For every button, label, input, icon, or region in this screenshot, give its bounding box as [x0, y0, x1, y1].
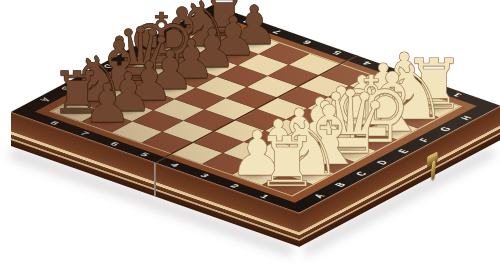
piece-white-rook: ♜	[253, 128, 322, 197]
product-photo: 1122334455667788AABBCCDDEEFFGGHH ♜♞♝♛♚♝♞…	[0, 0, 500, 266]
piece-black-pawn: ♟	[80, 77, 134, 131]
pieces-layer: ♜♞♝♛♚♝♞♜♟♟♟♟♟♟♟♟♟♟♟♟♟♟♟♟♜♞♝♛♚♝♞♜	[0, 0, 500, 266]
